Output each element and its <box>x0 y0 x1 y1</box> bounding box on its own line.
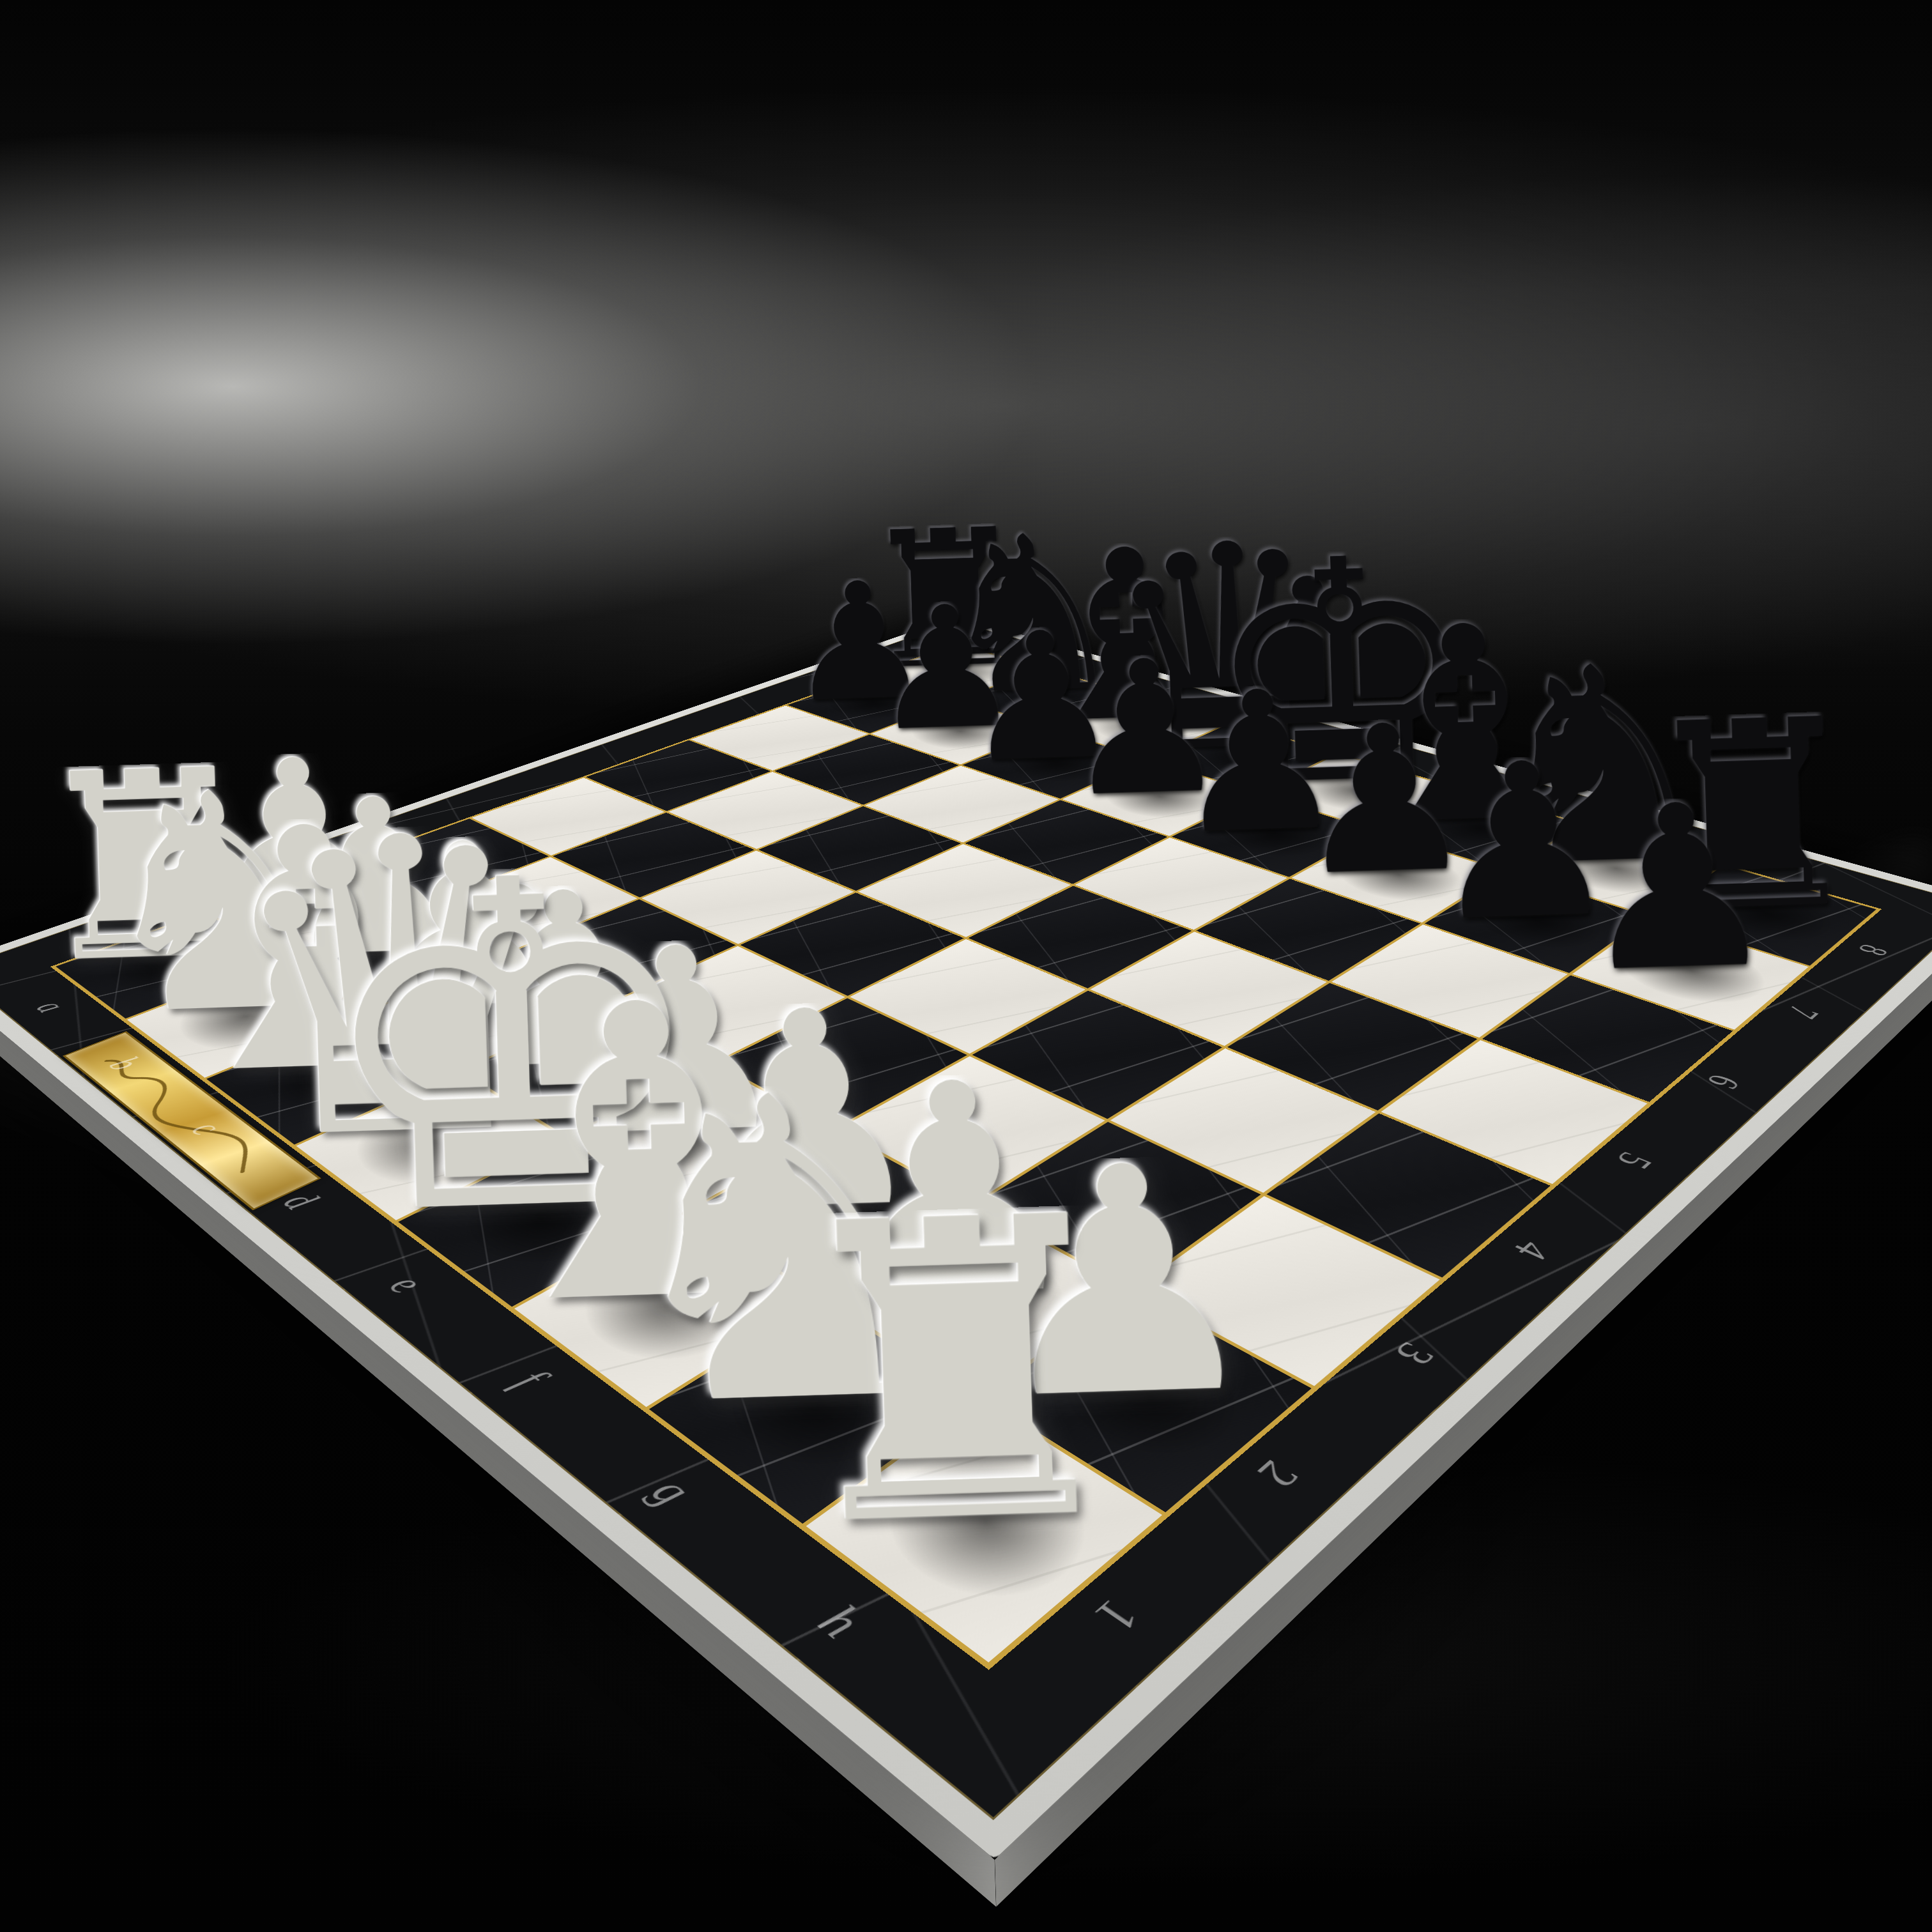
scene: abcdefgh12345678 ♜♞♝♛♚♝♞♜♟♟♟♟♟♟♟♟♟♟♟♟♟♟♟… <box>0 0 1932 1932</box>
rank-label-6: 6 <box>1688 1062 1759 1102</box>
chess-board: abcdefgh12345678 ♜♞♝♛♚♝♞♜♟♟♟♟♟♟♟♟♟♟♟♟♟♟♟… <box>0 617 1932 1860</box>
rank-label-7: 7 <box>1769 995 1836 1030</box>
rank-label-4: 4 <box>1491 1225 1574 1276</box>
white-rook[interactable]: ♜ <box>644 1200 1270 1547</box>
rank-label-5: 5 <box>1596 1138 1673 1184</box>
studio-photo-background: { "game": "chess", "scene_description": … <box>0 0 1932 1932</box>
black-pawn[interactable]: ♟ <box>1471 792 1884 985</box>
file-label-h: h <box>786 1581 894 1664</box>
